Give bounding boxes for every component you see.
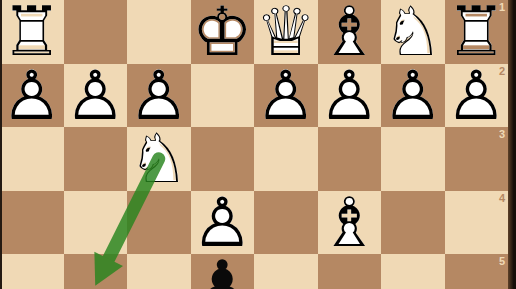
square-h3[interactable] (0, 127, 64, 191)
piece-outline-glyph: ♗ (318, 0, 382, 64)
white-king: ♚♔ (191, 0, 255, 64)
white-queen: ♛♕ (254, 0, 318, 64)
piece-outline-glyph: ♘ (127, 127, 191, 191)
white-bishop: ♝♗ (318, 0, 382, 64)
piece-outline-glyph: ♙ (254, 64, 318, 128)
square-g1[interactable] (64, 0, 128, 64)
white-pawn: ♟♙ (381, 64, 445, 128)
square-c3[interactable] (318, 127, 382, 191)
square-d5[interactable] (254, 254, 318, 289)
piece-outline-glyph: ♖ (0, 0, 64, 64)
square-a4[interactable]: 4 (445, 191, 509, 255)
piece-outline-glyph: ♙ (127, 64, 191, 128)
square-c4[interactable]: ♝♗ (318, 191, 382, 255)
square-d1[interactable]: ♛♕ (254, 0, 318, 64)
piece-outline-glyph: ♙ (64, 64, 128, 128)
piece-fill-glyph: ♟ (191, 254, 255, 289)
rank-label-2: 2 (499, 65, 505, 77)
square-a3[interactable]: 3 (445, 127, 509, 191)
white-pawn: ♟♙ (191, 191, 255, 255)
white-pawn: ♟♙ (0, 64, 64, 128)
chess-video-frame: ♜♖♚♔♛♕♝♗♞♘♜♖1♟♙♟♙♟♙♟♙♟♙♟♙♟♙2♞♘3♟♙♝♗4♟5 (0, 0, 516, 289)
square-b4[interactable] (381, 191, 445, 255)
rank-label-3: 3 (499, 128, 505, 140)
white-pawn: ♟♙ (318, 64, 382, 128)
square-b2[interactable]: ♟♙ (381, 64, 445, 128)
rank-label-1: 1 (499, 1, 505, 13)
white-pawn: ♟♙ (127, 64, 191, 128)
square-h1[interactable]: ♜♖ (0, 0, 64, 64)
square-f3[interactable]: ♞♘ (127, 127, 191, 191)
square-c2[interactable]: ♟♙ (318, 64, 382, 128)
rank-label-5: 5 (499, 255, 505, 267)
square-e2[interactable] (191, 64, 255, 128)
white-pawn: ♟♙ (64, 64, 128, 128)
piece-outline-glyph: ♙ (318, 64, 382, 128)
piece-outline-glyph: ♙ (381, 64, 445, 128)
piece-outline-glyph: ♕ (254, 0, 318, 64)
square-d2[interactable]: ♟♙ (254, 64, 318, 128)
square-a2[interactable]: ♟♙2 (445, 64, 509, 128)
square-h4[interactable] (0, 191, 64, 255)
square-f5[interactable] (127, 254, 191, 289)
piece-outline-glyph: ♗ (318, 191, 382, 255)
square-h2[interactable]: ♟♙ (0, 64, 64, 128)
square-g3[interactable] (64, 127, 128, 191)
square-b5[interactable] (381, 254, 445, 289)
square-h5[interactable] (0, 254, 64, 289)
white-knight: ♞♘ (127, 127, 191, 191)
square-e1[interactable]: ♚♔ (191, 0, 255, 64)
square-f2[interactable]: ♟♙ (127, 64, 191, 128)
rank-label-4: 4 (499, 192, 505, 204)
square-b3[interactable] (381, 127, 445, 191)
square-c1[interactable]: ♝♗ (318, 0, 382, 64)
black-pawn: ♟ (191, 254, 255, 289)
frame-left-edge (0, 0, 2, 289)
piece-outline-glyph: ♙ (0, 64, 64, 128)
square-g4[interactable] (64, 191, 128, 255)
frame-right-edge (508, 0, 516, 289)
square-f4[interactable] (127, 191, 191, 255)
square-f1[interactable] (127, 0, 191, 64)
square-g2[interactable]: ♟♙ (64, 64, 128, 128)
piece-outline-glyph: ♘ (381, 0, 445, 64)
white-bishop: ♝♗ (318, 191, 382, 255)
piece-outline-glyph: ♔ (191, 0, 255, 64)
square-e4[interactable]: ♟♙ (191, 191, 255, 255)
square-a5[interactable]: 5 (445, 254, 509, 289)
piece-outline-glyph: ♙ (191, 191, 255, 255)
white-pawn: ♟♙ (254, 64, 318, 128)
square-e5[interactable]: ♟ (191, 254, 255, 289)
square-c5[interactable] (318, 254, 382, 289)
square-e3[interactable] (191, 127, 255, 191)
white-knight: ♞♘ (381, 0, 445, 64)
square-b1[interactable]: ♞♘ (381, 0, 445, 64)
white-rook: ♜♖ (0, 0, 64, 64)
square-d3[interactable] (254, 127, 318, 191)
square-a1[interactable]: ♜♖1 (445, 0, 509, 64)
square-d4[interactable] (254, 191, 318, 255)
square-g5[interactable] (64, 254, 128, 289)
chess-board: ♜♖♚♔♛♕♝♗♞♘♜♖1♟♙♟♙♟♙♟♙♟♙♟♙♟♙2♞♘3♟♙♝♗4♟5 (0, 0, 508, 289)
